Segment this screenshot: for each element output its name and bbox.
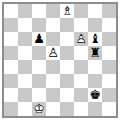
square-c4[interactable] <box>32 60 46 74</box>
square-h6[interactable] <box>102 32 116 46</box>
square-h8[interactable] <box>102 4 116 18</box>
square-h7[interactable] <box>102 18 116 32</box>
square-e2[interactable] <box>60 88 74 102</box>
black-rook-piece: ♜ <box>88 46 102 60</box>
square-h1[interactable] <box>102 102 116 116</box>
square-b7[interactable] <box>18 18 32 32</box>
square-b3[interactable] <box>18 74 32 88</box>
square-g7[interactable] <box>88 18 102 32</box>
square-e3[interactable] <box>60 74 74 88</box>
square-g2[interactable]: ♚ <box>88 88 102 102</box>
square-a4[interactable] <box>4 60 18 74</box>
square-d8[interactable] <box>46 4 60 18</box>
square-f1[interactable] <box>74 102 88 116</box>
square-e6[interactable] <box>60 32 74 46</box>
square-a3[interactable] <box>4 74 18 88</box>
square-d3[interactable] <box>46 74 60 88</box>
square-g5[interactable]: ♜ <box>88 46 102 60</box>
square-d7[interactable] <box>46 18 60 32</box>
square-b5[interactable] <box>18 46 32 60</box>
square-e8[interactable]: ♝♗ <box>60 4 74 18</box>
square-f3[interactable] <box>74 74 88 88</box>
square-g1[interactable] <box>88 102 102 116</box>
square-f7[interactable] <box>74 18 88 32</box>
square-e1[interactable] <box>60 102 74 116</box>
square-f2[interactable] <box>74 88 88 102</box>
black-king-piece: ♚ <box>88 88 102 102</box>
square-a8[interactable] <box>4 4 18 18</box>
square-g6[interactable]: ♝ <box>88 32 102 46</box>
square-h2[interactable] <box>102 88 116 102</box>
square-a7[interactable] <box>4 18 18 32</box>
diagram-frame: ♝♗♟♟♙♝♟♙♜♚♚♔ <box>0 0 120 120</box>
square-a1[interactable] <box>4 102 18 116</box>
square-b8[interactable] <box>18 4 32 18</box>
square-c2[interactable] <box>32 88 46 102</box>
white-pawn-piece: ♟♙ <box>46 46 60 60</box>
square-h5[interactable] <box>102 46 116 60</box>
white-pawn-outline: ♙ <box>75 32 87 46</box>
square-c8[interactable] <box>32 4 46 18</box>
square-g8[interactable] <box>88 4 102 18</box>
board-border: ♝♗♟♟♙♝♟♙♜♚♚♔ <box>2 2 118 118</box>
white-king-outline: ♔ <box>33 102 45 116</box>
square-a6[interactable] <box>4 32 18 46</box>
square-c5[interactable] <box>32 46 46 60</box>
black-bishop-piece: ♝ <box>88 32 102 46</box>
white-bishop-outline: ♗ <box>61 4 73 18</box>
square-e7[interactable] <box>60 18 74 32</box>
white-pawn-outline: ♙ <box>47 46 59 60</box>
square-a5[interactable] <box>4 46 18 60</box>
square-f4[interactable] <box>74 60 88 74</box>
square-f6[interactable]: ♟♙ <box>74 32 88 46</box>
square-e4[interactable] <box>60 60 74 74</box>
square-d4[interactable] <box>46 60 60 74</box>
white-king-piece: ♚♔ <box>32 102 46 116</box>
square-h4[interactable] <box>102 60 116 74</box>
square-d6[interactable] <box>46 32 60 46</box>
square-c7[interactable] <box>32 18 46 32</box>
black-pawn-piece: ♟ <box>32 32 46 46</box>
square-c1[interactable]: ♚♔ <box>32 102 46 116</box>
square-g4[interactable] <box>88 60 102 74</box>
square-g3[interactable] <box>88 74 102 88</box>
square-e5[interactable] <box>60 46 74 60</box>
square-b4[interactable] <box>18 60 32 74</box>
square-d2[interactable] <box>46 88 60 102</box>
square-b1[interactable] <box>18 102 32 116</box>
square-d5[interactable]: ♟♙ <box>46 46 60 60</box>
square-h3[interactable] <box>102 74 116 88</box>
square-b6[interactable] <box>18 32 32 46</box>
square-f5[interactable] <box>74 46 88 60</box>
square-b2[interactable] <box>18 88 32 102</box>
chess-board: ♝♗♟♟♙♝♟♙♜♚♚♔ <box>4 4 116 116</box>
square-f8[interactable] <box>74 4 88 18</box>
square-d1[interactable] <box>46 102 60 116</box>
square-c6[interactable]: ♟ <box>32 32 46 46</box>
square-a2[interactable] <box>4 88 18 102</box>
square-c3[interactable] <box>32 74 46 88</box>
white-bishop-piece: ♝♗ <box>60 4 74 18</box>
white-pawn-piece: ♟♙ <box>74 32 88 46</box>
